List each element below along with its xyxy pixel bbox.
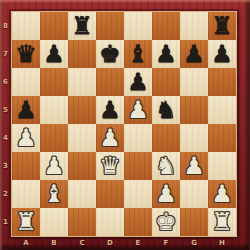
square-f1[interactable]: ♚ — [152, 208, 180, 236]
black-pawn-a5-piece[interactable]: ♟ — [15, 96, 37, 124]
square-f8[interactable] — [152, 12, 180, 40]
black-queen-a7-piece[interactable]: ♛ — [15, 40, 37, 68]
square-g5[interactable] — [180, 96, 208, 124]
rank-label-6: 6 — [0, 68, 11, 96]
rank-label-3: 3 — [0, 152, 11, 180]
square-a4[interactable]: ♟ — [12, 124, 40, 152]
file-label-b: B — [40, 236, 68, 249]
rank-label-7: 7 — [0, 40, 11, 68]
square-h6[interactable] — [208, 68, 236, 96]
file-label-f: F — [152, 236, 180, 249]
black-rook-c8-piece[interactable]: ♜ — [71, 12, 93, 40]
black-pawn-d5-piece[interactable]: ♟ — [99, 96, 121, 124]
white-knight-f3-piece[interactable]: ♞ — [155, 152, 177, 180]
square-b5[interactable] — [40, 96, 68, 124]
rank-label-1: 1 — [0, 208, 11, 236]
square-f4[interactable] — [152, 124, 180, 152]
white-pawn-h2-piece[interactable]: ♟ — [211, 180, 233, 208]
square-g8[interactable] — [180, 12, 208, 40]
white-king-f1-piece[interactable]: ♚ — [155, 208, 177, 236]
square-d8[interactable] — [96, 12, 124, 40]
square-g1[interactable] — [180, 208, 208, 236]
square-d1[interactable] — [96, 208, 124, 236]
white-pawn-f2-piece[interactable]: ♟ — [155, 180, 177, 208]
square-g3[interactable]: ♟ — [180, 152, 208, 180]
square-c6[interactable] — [68, 68, 96, 96]
white-bishop-b2-piece[interactable]: ♝ — [43, 180, 65, 208]
square-e5[interactable]: ♟ — [124, 96, 152, 124]
square-g6[interactable] — [180, 68, 208, 96]
square-e4[interactable] — [124, 124, 152, 152]
square-b4[interactable] — [40, 124, 68, 152]
square-g2[interactable] — [180, 180, 208, 208]
black-pawn-b7-piece[interactable]: ♟ — [43, 40, 65, 68]
square-c2[interactable] — [68, 180, 96, 208]
white-pawn-d4-piece[interactable]: ♟ — [99, 124, 121, 152]
square-h2[interactable]: ♟ — [208, 180, 236, 208]
black-pawn-e6-piece[interactable]: ♟ — [127, 68, 149, 96]
rank-label-4: 4 — [0, 124, 11, 152]
square-a1[interactable]: ♜ — [12, 208, 40, 236]
square-a8[interactable] — [12, 12, 40, 40]
square-d7[interactable]: ♚ — [96, 40, 124, 68]
square-d5[interactable]: ♟ — [96, 96, 124, 124]
file-label-c: C — [68, 236, 96, 249]
square-c5[interactable] — [68, 96, 96, 124]
file-label-g: G — [180, 236, 208, 249]
square-c3[interactable] — [68, 152, 96, 180]
square-h5[interactable] — [208, 96, 236, 124]
square-f2[interactable]: ♟ — [152, 180, 180, 208]
black-rook-h8-piece[interactable]: ♜ — [211, 12, 233, 40]
black-bishop-e7-piece[interactable]: ♝ — [127, 40, 149, 68]
white-pawn-g3-piece[interactable]: ♟ — [183, 152, 205, 180]
square-f7[interactable]: ♟ — [152, 40, 180, 68]
square-c1[interactable] — [68, 208, 96, 236]
square-d3[interactable]: ♛ — [96, 152, 124, 180]
square-d6[interactable] — [96, 68, 124, 96]
file-label-h: H — [208, 236, 236, 249]
black-pawn-h7-piece[interactable]: ♟ — [211, 40, 233, 68]
square-e6[interactable]: ♟ — [124, 68, 152, 96]
square-a5[interactable]: ♟ — [12, 96, 40, 124]
file-label-e: E — [124, 236, 152, 249]
square-a7[interactable]: ♛ — [12, 40, 40, 68]
square-h4[interactable] — [208, 124, 236, 152]
black-king-d7-piece[interactable]: ♚ — [99, 40, 121, 68]
rank-labels: 87654321 — [0, 12, 11, 236]
square-d4[interactable]: ♟ — [96, 124, 124, 152]
square-f5[interactable]: ♞ — [152, 96, 180, 124]
file-label-a: A — [12, 236, 40, 249]
white-pawn-a4-piece[interactable]: ♟ — [15, 124, 37, 152]
square-b2[interactable]: ♝ — [40, 180, 68, 208]
square-c4[interactable] — [68, 124, 96, 152]
square-b8[interactable] — [40, 12, 68, 40]
square-e7[interactable]: ♝ — [124, 40, 152, 68]
white-rook-h1-piece[interactable]: ♜ — [211, 208, 233, 236]
file-label-d: D — [96, 236, 124, 249]
rank-label-5: 5 — [0, 96, 11, 124]
square-a6[interactable] — [12, 68, 40, 96]
square-h3[interactable] — [208, 152, 236, 180]
square-a3[interactable] — [12, 152, 40, 180]
square-b6[interactable] — [40, 68, 68, 96]
square-b3[interactable]: ♟ — [40, 152, 68, 180]
file-labels: ABCDEFGH — [12, 236, 236, 249]
square-f3[interactable]: ♞ — [152, 152, 180, 180]
square-g7[interactable]: ♟ — [180, 40, 208, 68]
chess-board[interactable]: ♜♜♛♟♚♝♟♟♟♟♟♟♟♞♟♟♟♛♞♟♝♟♟♜♚♜ — [11, 11, 237, 237]
square-g4[interactable] — [180, 124, 208, 152]
square-d2[interactable] — [96, 180, 124, 208]
square-a2[interactable] — [12, 180, 40, 208]
square-e2[interactable] — [124, 180, 152, 208]
rank-label-2: 2 — [0, 180, 11, 208]
rank-label-8: 8 — [0, 12, 11, 40]
square-h7[interactable]: ♟ — [208, 40, 236, 68]
white-queen-d3-piece[interactable]: ♛ — [99, 152, 121, 180]
black-pawn-g7-piece[interactable]: ♟ — [183, 40, 205, 68]
white-rook-a1-piece[interactable]: ♜ — [15, 208, 37, 236]
square-h1[interactable]: ♜ — [208, 208, 236, 236]
square-e1[interactable] — [124, 208, 152, 236]
white-pawn-b3-piece[interactable]: ♟ — [43, 152, 65, 180]
square-c8[interactable]: ♜ — [68, 12, 96, 40]
white-pawn-e5-piece[interactable]: ♟ — [127, 96, 149, 124]
square-e8[interactable] — [124, 12, 152, 40]
board-frame: ♜♜♛♟♚♝♟♟♟♟♟♟♟♞♟♟♟♛♞♟♝♟♟♜♚♜ 87654321 ABCD… — [0, 0, 250, 250]
black-knight-f5-piece[interactable]: ♞ — [155, 96, 177, 124]
square-f6[interactable] — [152, 68, 180, 96]
square-h8[interactable]: ♜ — [208, 12, 236, 40]
square-c7[interactable] — [68, 40, 96, 68]
square-b1[interactable] — [40, 208, 68, 236]
square-e3[interactable] — [124, 152, 152, 180]
black-pawn-f7-piece[interactable]: ♟ — [155, 40, 177, 68]
square-b7[interactable]: ♟ — [40, 40, 68, 68]
